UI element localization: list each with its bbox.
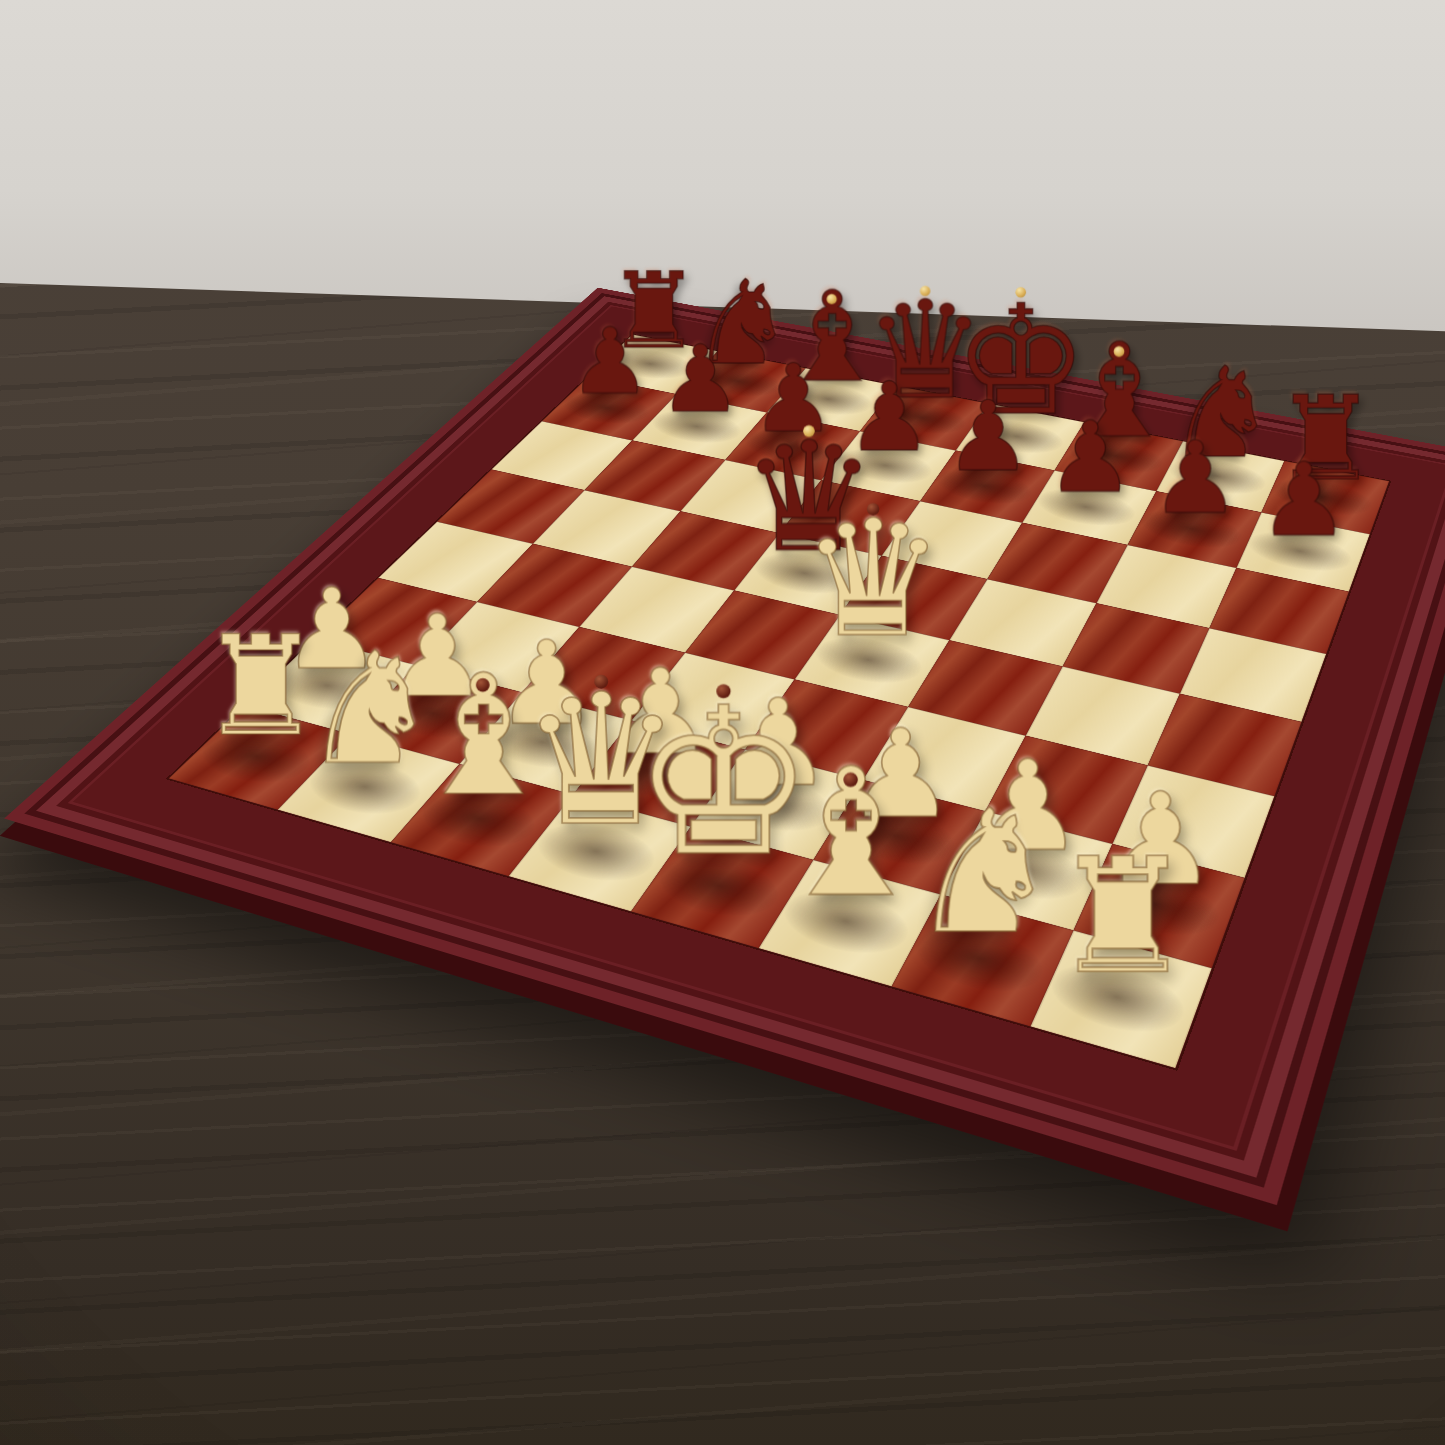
finial-ball [844, 772, 858, 786]
finial-ball [716, 684, 730, 698]
pawn-glyph: ♟ [569, 317, 651, 408]
knight-glyph: ♞ [908, 788, 1061, 958]
bishop-glyph: ♝ [772, 745, 930, 921]
board-scene: ♜♞♝♛♚♝♞♜♟♟♟♟♟♟♟♟♛♛♟♟♟♟♟♟♟♟♜♞♝♛♚♝♞♜ [0, 0, 1445, 1445]
finial-ball [1016, 287, 1027, 298]
pawn-glyph: ♟ [659, 334, 742, 426]
rook-glyph: ♜ [1051, 838, 1193, 997]
finial-ball [803, 425, 815, 437]
chess-board-frame: ♜♞♝♛♚♝♞♜♟♟♟♟♟♟♟♟♛♛♟♟♟♟♟♟♟♟♜♞♝♛♚♝♞♜ [4, 288, 1445, 1206]
pawn-glyph: ♟ [1258, 450, 1349, 551]
finial-ball [827, 294, 837, 304]
pawn-glyph: ♟ [945, 389, 1032, 486]
finial-ball [920, 286, 930, 296]
finial-ball [594, 675, 608, 689]
finial-ball [867, 503, 879, 515]
chess-set-photo: ♜♞♝♛♚♝♞♜♟♟♟♟♟♟♟♟♛♛♟♟♟♟♟♟♟♟♜♞♝♛♚♝♞♜ [0, 0, 1445, 1445]
finial-ball [476, 678, 490, 692]
pawn-glyph: ♟ [1046, 409, 1134, 507]
board-grid: ♜♞♝♛♚♝♞♜♟♟♟♟♟♟♟♟♛♛♟♟♟♟♟♟♟♟♜♞♝♛♚♝♞♜ [169, 335, 1389, 1069]
finial-ball [1114, 346, 1125, 357]
pawn-glyph: ♟ [1151, 429, 1240, 529]
queen-glyph: ♛ [801, 499, 945, 660]
